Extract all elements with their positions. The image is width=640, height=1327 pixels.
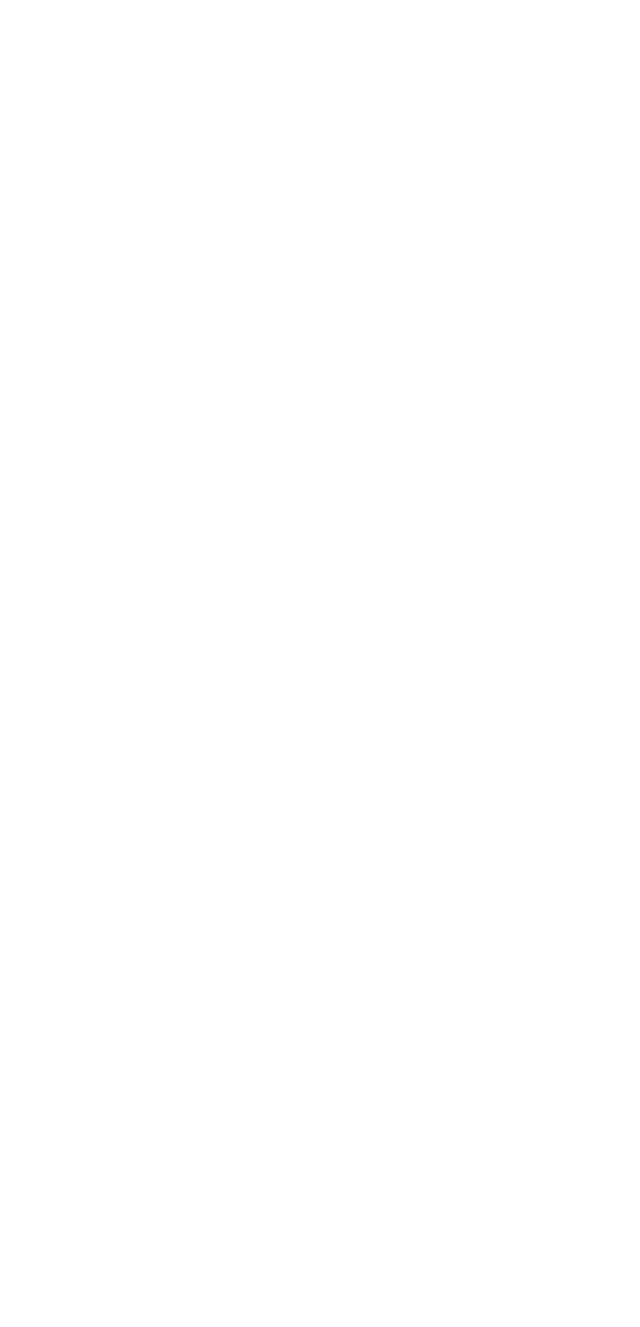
connector-overlay xyxy=(0,0,640,1327)
lottery-trend-table xyxy=(0,0,640,1327)
